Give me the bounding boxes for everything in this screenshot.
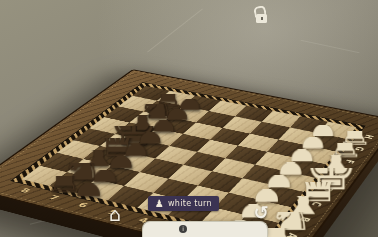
home-button[interactable]: ⌂ [104, 203, 126, 225]
banner-panel[interactable]: i [142, 221, 268, 237]
app-screen: ♜♟♟♜♞♟♟♜♝♟♟♝♚♟♟♚♛♟♟♛♝♟♟♝♞♟♟♞♜♟♟♜ 8765432… [0, 0, 378, 237]
turn-indicator-label: white turn [168, 196, 212, 211]
turn-indicator-badge: ♟ white turn [148, 196, 219, 211]
pawn-icon: ♟ [155, 196, 164, 211]
lock-open-icon[interactable] [253, 6, 271, 26]
info-icon: i [179, 225, 187, 233]
lock-keyhole [261, 17, 263, 20]
chess-board: ♜♟♟♜♞♟♟♜♝♟♟♝♚♟♟♚♛♟♟♛♝♟♟♝♞♟♟♞♜♟♟♜ 8765432… [0, 69, 378, 237]
